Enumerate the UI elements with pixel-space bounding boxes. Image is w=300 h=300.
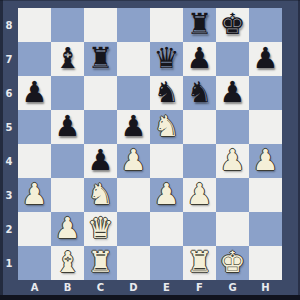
square-g3[interactable] <box>216 178 249 212</box>
file-label-h: H <box>249 280 282 295</box>
black-pawn[interactable]: ♟ <box>187 41 213 75</box>
rank-label-8: 8 <box>0 8 18 42</box>
square-f2[interactable] <box>183 212 216 246</box>
file-label-a: A <box>18 280 51 295</box>
square-h1[interactable] <box>249 246 282 280</box>
file-label-b: B <box>51 280 84 295</box>
rank-label-6: 6 <box>0 76 18 110</box>
square-b8[interactable] <box>51 8 84 42</box>
square-b4[interactable] <box>51 144 84 178</box>
square-g1[interactable]: ♚ <box>216 246 249 280</box>
square-f6[interactable]: ♞ <box>183 76 216 110</box>
file-label-d: D <box>117 280 150 295</box>
square-g5[interactable] <box>216 110 249 144</box>
black-king[interactable]: ♚ <box>220 7 246 41</box>
black-pawn[interactable]: ♟ <box>121 109 147 143</box>
square-e4[interactable] <box>150 144 183 178</box>
black-pawn[interactable]: ♟ <box>55 109 81 143</box>
black-bishop[interactable]: ♝ <box>55 41 81 75</box>
black-pawn[interactable]: ♟ <box>220 75 246 109</box>
white-pawn[interactable]: ♟ <box>154 177 180 211</box>
square-h4[interactable]: ♟ <box>249 144 282 178</box>
square-d8[interactable] <box>117 8 150 42</box>
white-rook[interactable]: ♜ <box>187 245 213 279</box>
square-a1[interactable] <box>18 246 51 280</box>
square-d4[interactable]: ♟ <box>117 144 150 178</box>
square-a5[interactable] <box>18 110 51 144</box>
square-a6[interactable]: ♟ <box>18 76 51 110</box>
black-knight[interactable]: ♞ <box>154 75 180 109</box>
square-a3[interactable]: ♟ <box>18 178 51 212</box>
square-h3[interactable] <box>249 178 282 212</box>
square-c3[interactable]: ♞ <box>84 178 117 212</box>
square-c5[interactable] <box>84 110 117 144</box>
square-g6[interactable]: ♟ <box>216 76 249 110</box>
square-e3[interactable]: ♟ <box>150 178 183 212</box>
square-f1[interactable]: ♜ <box>183 246 216 280</box>
square-d3[interactable] <box>117 178 150 212</box>
square-d2[interactable] <box>117 212 150 246</box>
black-rook[interactable]: ♜ <box>187 7 213 41</box>
white-knight[interactable]: ♞ <box>154 109 180 143</box>
square-d1[interactable] <box>117 246 150 280</box>
square-e5[interactable]: ♞ <box>150 110 183 144</box>
white-knight[interactable]: ♞ <box>88 177 114 211</box>
rank-label-7: 7 <box>0 42 18 76</box>
white-pawn[interactable]: ♟ <box>187 177 213 211</box>
square-a8[interactable] <box>18 8 51 42</box>
white-pawn[interactable]: ♟ <box>220 143 246 177</box>
square-a7[interactable] <box>18 42 51 76</box>
square-f7[interactable]: ♟ <box>183 42 216 76</box>
file-label-g: G <box>216 280 249 295</box>
square-h6[interactable] <box>249 76 282 110</box>
square-d6[interactable] <box>117 76 150 110</box>
square-f8[interactable]: ♜ <box>183 8 216 42</box>
square-f3[interactable]: ♟ <box>183 178 216 212</box>
chess-board-frame: 87654321 ♜♚♝♜♛♟♟♟♞♞♟♟♟♞♟♟♟♟♟♞♟♟♟♛♝♜♜♚ AB… <box>0 0 300 300</box>
square-a4[interactable] <box>18 144 51 178</box>
square-e2[interactable] <box>150 212 183 246</box>
square-b7[interactable]: ♝ <box>51 42 84 76</box>
square-b3[interactable] <box>51 178 84 212</box>
square-c7[interactable]: ♜ <box>84 42 117 76</box>
square-f4[interactable] <box>183 144 216 178</box>
square-e6[interactable]: ♞ <box>150 76 183 110</box>
square-a2[interactable] <box>18 212 51 246</box>
square-e7[interactable]: ♛ <box>150 42 183 76</box>
file-label-c: C <box>84 280 117 295</box>
rank-label-3: 3 <box>0 178 18 212</box>
square-b6[interactable] <box>51 76 84 110</box>
rank-label-2: 2 <box>0 212 18 246</box>
frame-bottom-edge <box>0 295 300 300</box>
square-b2[interactable]: ♟ <box>51 212 84 246</box>
rank-labels: 87654321 <box>0 8 18 280</box>
black-rook[interactable]: ♜ <box>88 41 114 75</box>
white-bishop[interactable]: ♝ <box>55 245 81 279</box>
rank-label-1: 1 <box>0 246 18 280</box>
square-g2[interactable] <box>216 212 249 246</box>
square-d7[interactable] <box>117 42 150 76</box>
white-pawn[interactable]: ♟ <box>121 143 147 177</box>
white-pawn[interactable]: ♟ <box>55 211 81 245</box>
rank-label-5: 5 <box>0 110 18 144</box>
black-knight[interactable]: ♞ <box>187 75 213 109</box>
square-g7[interactable] <box>216 42 249 76</box>
black-pawn[interactable]: ♟ <box>88 143 114 177</box>
square-h8[interactable] <box>249 8 282 42</box>
white-pawn[interactable]: ♟ <box>253 143 279 177</box>
square-e8[interactable] <box>150 8 183 42</box>
square-c4[interactable]: ♟ <box>84 144 117 178</box>
square-h2[interactable] <box>249 212 282 246</box>
file-label-e: E <box>150 280 183 295</box>
white-pawn[interactable]: ♟ <box>22 177 48 211</box>
square-e1[interactable] <box>150 246 183 280</box>
square-g8[interactable]: ♚ <box>216 8 249 42</box>
square-g4[interactable]: ♟ <box>216 144 249 178</box>
black-pawn[interactable]: ♟ <box>22 75 48 109</box>
square-c8[interactable] <box>84 8 117 42</box>
square-f5[interactable] <box>183 110 216 144</box>
black-pawn[interactable]: ♟ <box>253 41 279 75</box>
white-king[interactable]: ♚ <box>220 245 246 279</box>
square-c2[interactable]: ♛ <box>84 212 117 246</box>
white-queen[interactable]: ♛ <box>88 211 114 245</box>
file-label-f: F <box>183 280 216 295</box>
chess-board[interactable]: ♜♚♝♜♛♟♟♟♞♞♟♟♟♞♟♟♟♟♟♞♟♟♟♛♝♜♜♚ <box>18 8 282 280</box>
white-rook[interactable]: ♜ <box>88 245 114 279</box>
square-h5[interactable] <box>249 110 282 144</box>
square-b5[interactable]: ♟ <box>51 110 84 144</box>
square-c1[interactable]: ♜ <box>84 246 117 280</box>
file-labels: ABCDEFGH <box>18 280 282 295</box>
rank-label-4: 4 <box>0 144 18 178</box>
square-d5[interactable]: ♟ <box>117 110 150 144</box>
square-c6[interactable] <box>84 76 117 110</box>
square-b1[interactable]: ♝ <box>51 246 84 280</box>
black-queen[interactable]: ♛ <box>154 41 180 75</box>
square-h7[interactable]: ♟ <box>249 42 282 76</box>
